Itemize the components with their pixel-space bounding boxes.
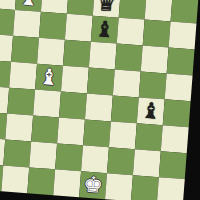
board-square[interactable]: [13, 10, 41, 38]
board-square[interactable]: [169, 22, 197, 50]
board-square[interactable]: [57, 117, 85, 145]
board-square[interactable]: [53, 169, 81, 197]
board-square[interactable]: [11, 36, 39, 64]
board-square[interactable]: [157, 177, 185, 200]
board-square[interactable]: [27, 167, 55, 195]
board-square[interactable]: [55, 143, 83, 171]
board-square[interactable]: [131, 175, 159, 200]
board-square[interactable]: [105, 173, 133, 200]
photo-background: ♝♛♝♝♝♚: [0, 0, 200, 200]
board-square[interactable]: [161, 125, 189, 153]
black-queen-piece[interactable]: ♛: [93, 0, 121, 18]
board-square[interactable]: [61, 66, 89, 94]
board-square[interactable]: [115, 44, 143, 72]
board-square[interactable]: [37, 38, 65, 66]
board-square[interactable]: [113, 70, 141, 98]
board-square[interactable]: [167, 47, 195, 75]
board-square[interactable]: [145, 0, 173, 22]
white-bishop-piece[interactable]: ♝: [35, 64, 63, 92]
board-square[interactable]: ♛: [93, 0, 121, 18]
board-square[interactable]: [29, 141, 57, 169]
board-square[interactable]: [81, 145, 109, 173]
board-square[interactable]: ♝: [91, 16, 119, 44]
board-square[interactable]: [163, 99, 191, 127]
board-square[interactable]: [119, 0, 147, 20]
board-square[interactable]: [31, 116, 59, 144]
board-square[interactable]: [109, 121, 137, 149]
board-square[interactable]: [39, 12, 67, 40]
board-square[interactable]: [85, 94, 113, 122]
board-square[interactable]: [171, 0, 199, 24]
board-square[interactable]: [33, 90, 61, 118]
board-square[interactable]: [141, 46, 169, 74]
board-square[interactable]: [107, 147, 135, 175]
board-square[interactable]: [165, 73, 193, 101]
board-square[interactable]: [59, 92, 87, 120]
board-square[interactable]: [3, 140, 31, 168]
board-square[interactable]: [7, 88, 35, 116]
board-square[interactable]: [117, 18, 145, 46]
black-bishop-piece[interactable]: ♝: [137, 97, 165, 125]
board-square[interactable]: [63, 40, 91, 68]
board-square[interactable]: [111, 95, 139, 123]
board-square[interactable]: [139, 71, 167, 99]
board-square[interactable]: [87, 68, 115, 96]
board-square[interactable]: [89, 42, 117, 70]
black-bishop-piece[interactable]: ♝: [91, 16, 119, 44]
board-square[interactable]: [133, 149, 161, 177]
board-square[interactable]: [83, 119, 111, 147]
board-square[interactable]: ♝: [35, 64, 63, 92]
board-square[interactable]: [65, 14, 93, 42]
board-square[interactable]: [9, 62, 37, 90]
chess-board[interactable]: ♝♛♝♝♝♚: [0, 0, 198, 200]
board-square[interactable]: [1, 165, 29, 193]
board-square[interactable]: ♚: [79, 171, 107, 199]
white-king-piece[interactable]: ♚: [79, 171, 107, 199]
board-square[interactable]: [135, 123, 163, 151]
board-square[interactable]: [5, 114, 33, 142]
board-square[interactable]: ♝: [137, 97, 165, 125]
board-square[interactable]: [159, 151, 187, 179]
board-square[interactable]: [143, 20, 171, 48]
